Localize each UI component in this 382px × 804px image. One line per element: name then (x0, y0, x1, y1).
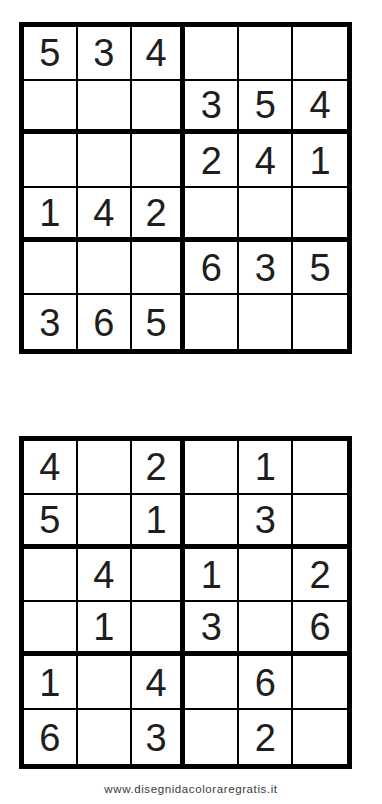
cell-r5c5: 6 (239, 656, 293, 710)
cell-r2c4[interactable] (185, 495, 239, 549)
given-digit: 5 (255, 86, 276, 124)
cell-r3c6: 2 (293, 549, 347, 603)
given-digit: 3 (146, 719, 167, 757)
given-digit: 5 (39, 501, 60, 539)
given-digit: 3 (93, 34, 114, 72)
given-digit: 1 (146, 501, 167, 539)
cell-r6c5: 2 (239, 710, 293, 764)
cell-r2c1: 5 (24, 495, 78, 549)
given-digit: 1 (255, 448, 276, 486)
cell-r5c2[interactable] (78, 242, 132, 296)
cell-r3c1[interactable] (24, 134, 78, 188)
given-digit: 2 (146, 448, 167, 486)
cell-r4c2: 1 (78, 602, 132, 656)
given-digit: 1 (310, 142, 331, 180)
cell-r6c2[interactable] (78, 710, 132, 764)
cell-r3c3[interactable] (132, 549, 186, 603)
cell-r4c4: 3 (185, 602, 239, 656)
cell-r6c1: 6 (24, 710, 78, 764)
given-digit: 1 (39, 664, 60, 702)
cell-r1c1: 5 (24, 27, 78, 81)
sudoku-worksheet: 534354241142635365 421513412136146632 ww… (0, 0, 382, 804)
cell-r4c4[interactable] (185, 188, 239, 242)
cell-r3c5[interactable] (239, 549, 293, 603)
given-digit: 1 (201, 556, 222, 594)
given-digit: 6 (310, 608, 331, 646)
cell-r1c6[interactable] (293, 27, 347, 81)
cell-r6c4[interactable] (185, 710, 239, 764)
given-digit: 4 (310, 86, 331, 124)
cell-r3c1[interactable] (24, 549, 78, 603)
cell-r1c4[interactable] (185, 27, 239, 81)
cell-r3c4: 1 (185, 549, 239, 603)
given-digit: 2 (201, 142, 222, 180)
cell-r4c6[interactable] (293, 188, 347, 242)
given-digit: 3 (39, 304, 60, 342)
cell-r2c1[interactable] (24, 81, 78, 135)
given-digit: 5 (39, 34, 60, 72)
cell-r6c6[interactable] (293, 710, 347, 764)
cell-r5c5: 3 (239, 242, 293, 296)
cell-r5c3[interactable] (132, 242, 186, 296)
cell-r4c5[interactable] (239, 602, 293, 656)
cell-r1c4[interactable] (185, 441, 239, 495)
cell-r2c2[interactable] (78, 495, 132, 549)
given-digit: 4 (146, 664, 167, 702)
given-digit: 4 (146, 34, 167, 72)
cell-r5c3: 4 (132, 656, 186, 710)
cell-r6c2: 6 (78, 295, 132, 349)
cell-r2c3[interactable] (132, 81, 186, 135)
given-digit: 2 (146, 194, 167, 232)
sudoku-board-1: 534354241142635365 (19, 22, 352, 354)
cell-r4c2: 4 (78, 188, 132, 242)
given-digit: 1 (39, 194, 60, 232)
cell-r4c3: 2 (132, 188, 186, 242)
given-digit: 4 (93, 194, 114, 232)
cell-r6c6[interactable] (293, 295, 347, 349)
cell-r3c3[interactable] (132, 134, 186, 188)
cell-r2c6: 4 (293, 81, 347, 135)
cell-r3c5: 4 (239, 134, 293, 188)
cell-r4c5[interactable] (239, 188, 293, 242)
given-digit: 6 (39, 719, 60, 757)
cell-r5c6: 5 (293, 242, 347, 296)
cell-r6c3: 5 (132, 295, 186, 349)
cell-r2c3: 1 (132, 495, 186, 549)
cell-r2c5: 3 (239, 495, 293, 549)
watermark-url: www.disegnidacoloraregratis.it (0, 783, 382, 795)
cell-r5c2[interactable] (78, 656, 132, 710)
cell-r4c1: 1 (24, 188, 78, 242)
given-digit: 2 (310, 556, 331, 594)
cell-r2c6[interactable] (293, 495, 347, 549)
cell-r5c4[interactable] (185, 656, 239, 710)
given-digit: 3 (201, 86, 222, 124)
given-digit: 4 (255, 142, 276, 180)
cell-r5c6[interactable] (293, 656, 347, 710)
given-digit: 2 (255, 719, 276, 757)
given-digit: 5 (310, 249, 331, 287)
cell-r1c6[interactable] (293, 441, 347, 495)
cell-r6c1: 3 (24, 295, 78, 349)
cell-r2c4: 3 (185, 81, 239, 135)
given-digit: 6 (201, 249, 222, 287)
cell-r1c1: 4 (24, 441, 78, 495)
cell-r1c2: 3 (78, 27, 132, 81)
cell-r5c1: 1 (24, 656, 78, 710)
cell-r3c2[interactable] (78, 134, 132, 188)
cell-r4c1[interactable] (24, 602, 78, 656)
given-digit: 3 (255, 501, 276, 539)
given-digit: 6 (93, 304, 114, 342)
cell-r1c2[interactable] (78, 441, 132, 495)
cell-r6c3: 3 (132, 710, 186, 764)
given-digit: 4 (39, 448, 60, 486)
cell-r1c5[interactable] (239, 27, 293, 81)
given-digit: 4 (93, 556, 114, 594)
cell-r5c1[interactable] (24, 242, 78, 296)
cell-r1c3: 2 (132, 441, 186, 495)
sudoku-board-2: 421513412136146632 (19, 436, 352, 769)
cell-r2c2[interactable] (78, 81, 132, 135)
cell-r3c2: 4 (78, 549, 132, 603)
given-digit: 5 (146, 304, 167, 342)
cell-r2c5: 5 (239, 81, 293, 135)
cell-r4c6: 6 (293, 602, 347, 656)
cell-r3c4: 2 (185, 134, 239, 188)
cell-r6c5[interactable] (239, 295, 293, 349)
given-digit: 1 (93, 608, 114, 646)
cell-r3c6: 1 (293, 134, 347, 188)
given-digit: 3 (201, 608, 222, 646)
cell-r5c4: 6 (185, 242, 239, 296)
given-digit: 6 (255, 664, 276, 702)
cell-r1c3: 4 (132, 27, 186, 81)
cell-r4c3[interactable] (132, 602, 186, 656)
cell-r1c5: 1 (239, 441, 293, 495)
cell-r6c4[interactable] (185, 295, 239, 349)
given-digit: 3 (255, 249, 276, 287)
